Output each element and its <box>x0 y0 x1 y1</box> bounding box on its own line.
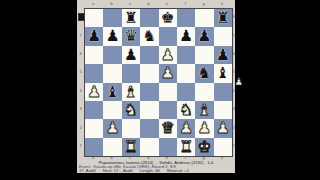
file-labels-top: abcdefgh <box>84 1 231 6</box>
square-f5[interactable] <box>177 64 195 82</box>
white-pawn[interactable]: ♟ <box>177 119 195 137</box>
white-bishop[interactable]: ♝ <box>122 83 140 101</box>
move-info-line: 17. Axd4 Next: 17... Axd4 Length: 36 Mat… <box>79 168 237 173</box>
square-f3[interactable]: ♞ <box>177 101 195 119</box>
square-c5[interactable] <box>122 64 140 82</box>
square-c4[interactable]: ♝ <box>122 83 140 101</box>
rank-labels-left: 87654321 <box>78 8 83 155</box>
white-pawn[interactable]: ♟ <box>195 119 213 137</box>
white-queen[interactable]: ♛ <box>159 119 177 137</box>
side-to-move-indicator <box>78 13 85 21</box>
white-bishop[interactable]: ♝ <box>195 101 213 119</box>
black-knight[interactable]: ♞ <box>195 64 213 82</box>
black-king[interactable]: ♚ <box>159 9 177 27</box>
black-pawn[interactable]: ♟ <box>103 27 121 45</box>
rank-label-8: 8 <box>231 8 236 26</box>
file-label-c: c <box>121 1 139 6</box>
square-h1[interactable] <box>214 138 232 156</box>
rank-label-3: 3 <box>231 100 236 118</box>
square-b4[interactable]: ♝ <box>103 83 121 101</box>
square-b8[interactable] <box>103 9 121 27</box>
square-b2[interactable]: ♟ <box>103 119 121 137</box>
square-g1[interactable]: ♚ <box>195 138 213 156</box>
white-pawn[interactable]: ♟ <box>159 64 177 82</box>
square-g6[interactable] <box>195 46 213 64</box>
white-knight[interactable]: ♞ <box>177 101 195 119</box>
rank-label-1: 1 <box>231 137 236 155</box>
square-h3[interactable] <box>214 101 232 119</box>
square-a4[interactable]: ♟ <box>85 83 103 101</box>
square-b1[interactable] <box>103 138 121 156</box>
rank-label-1: 1 <box>78 137 83 155</box>
square-a1[interactable] <box>85 138 103 156</box>
white-pawn[interactable]: ♟ <box>159 46 177 64</box>
square-e4[interactable] <box>159 83 177 101</box>
rank-label-7: 7 <box>231 26 236 44</box>
file-label-a: a <box>84 1 102 6</box>
black-knight[interactable]: ♞ <box>140 27 158 45</box>
square-h4[interactable] <box>214 83 232 101</box>
square-f4[interactable] <box>177 83 195 101</box>
black-rook[interactable]: ♜ <box>214 9 232 27</box>
chess-board: ♜♚♜♟♟♛♞♟♟♟♟♟♟♞♝♟♝♝♞♞♝♟♛♟♟♟♜♜♚ <box>84 8 233 157</box>
square-c7[interactable]: ♛ <box>122 27 140 45</box>
black-pawn[interactable]: ♟ <box>177 27 195 45</box>
square-g8[interactable] <box>195 9 213 27</box>
square-f1[interactable]: ♜ <box>177 138 195 156</box>
file-label-f: f <box>176 1 194 6</box>
square-g7[interactable]: ♟ <box>195 27 213 45</box>
square-g2[interactable]: ♟ <box>195 119 213 137</box>
square-h2[interactable]: ♟ <box>214 119 232 137</box>
rank-label-2: 2 <box>231 118 236 136</box>
square-e7[interactable] <box>159 27 177 45</box>
square-d3[interactable] <box>140 101 158 119</box>
file-label-h: h <box>213 1 231 6</box>
square-e6[interactable]: ♟ <box>159 46 177 64</box>
black-bishop[interactable]: ♝ <box>214 64 232 82</box>
square-f6[interactable] <box>177 46 195 64</box>
white-rook[interactable]: ♜ <box>177 138 195 156</box>
square-a5[interactable] <box>85 64 103 82</box>
square-d6[interactable] <box>140 46 158 64</box>
square-d8[interactable] <box>140 9 158 27</box>
square-d4[interactable] <box>140 83 158 101</box>
square-d5[interactable] <box>140 64 158 82</box>
square-f7[interactable]: ♟ <box>177 27 195 45</box>
square-b5[interactable] <box>103 64 121 82</box>
white-knight[interactable]: ♞ <box>122 101 140 119</box>
square-f2[interactable]: ♟ <box>177 119 195 137</box>
square-e5[interactable]: ♟ <box>159 64 177 82</box>
square-f8[interactable] <box>177 9 195 27</box>
square-a2[interactable] <box>85 119 103 137</box>
black-queen[interactable]: ♛ <box>122 27 140 45</box>
square-d2[interactable] <box>140 119 158 137</box>
square-e2[interactable]: ♛ <box>159 119 177 137</box>
square-c8[interactable]: ♜ <box>122 9 140 27</box>
square-b6[interactable] <box>103 46 121 64</box>
rank-label-4: 4 <box>78 82 83 100</box>
black-pawn[interactable]: ♟ <box>214 46 232 64</box>
square-c2[interactable] <box>122 119 140 137</box>
square-d1[interactable] <box>140 138 158 156</box>
square-a7[interactable]: ♟ <box>85 27 103 45</box>
square-a3[interactable] <box>85 101 103 119</box>
square-a8[interactable] <box>85 9 103 27</box>
square-b3[interactable] <box>103 101 121 119</box>
square-h6[interactable]: ♟ <box>214 46 232 64</box>
square-e8[interactable]: ♚ <box>159 9 177 27</box>
black-pawn[interactable]: ♟ <box>85 27 103 45</box>
game-panel: abcdefgh ♜♚♜♟♟♛♞♟♟♟♟♟♟♞♝♟♝♝♞♞♝♟♛♟♟♟♜♜♚ 8… <box>77 0 235 173</box>
square-e1[interactable] <box>159 138 177 156</box>
file-label-g: g <box>194 1 212 6</box>
square-a6[interactable] <box>85 46 103 64</box>
square-g4[interactable] <box>195 83 213 101</box>
rank-label-2: 2 <box>78 118 83 136</box>
rank-label-7: 7 <box>78 26 83 44</box>
material-pawn-icon: ♟ <box>234 76 244 88</box>
square-h8[interactable]: ♜ <box>214 9 232 27</box>
square-h5[interactable]: ♝ <box>214 64 232 82</box>
black-bishop[interactable]: ♝ <box>103 83 121 101</box>
rank-label-3: 3 <box>78 100 83 118</box>
square-d7[interactable]: ♞ <box>140 27 158 45</box>
white-pawn[interactable]: ♟ <box>103 119 121 137</box>
square-g5[interactable]: ♞ <box>195 64 213 82</box>
square-e3[interactable] <box>159 101 177 119</box>
file-label-e: e <box>158 1 176 6</box>
rank-label-5: 5 <box>78 63 83 81</box>
black-pawn[interactable]: ♟ <box>122 46 140 64</box>
file-label-b: b <box>102 1 120 6</box>
square-b7[interactable]: ♟ <box>103 27 121 45</box>
square-c6[interactable]: ♟ <box>122 46 140 64</box>
rank-label-6: 6 <box>78 45 83 63</box>
white-pawn[interactable]: ♟ <box>214 119 232 137</box>
square-c1[interactable]: ♜ <box>122 138 140 156</box>
file-label-d: d <box>139 1 157 6</box>
square-h7[interactable] <box>214 27 232 45</box>
black-rook[interactable]: ♜ <box>122 9 140 27</box>
white-king[interactable]: ♚ <box>195 138 213 156</box>
rank-label-6: 6 <box>231 45 236 63</box>
white-pawn[interactable]: ♟ <box>85 83 103 101</box>
square-g3[interactable]: ♝ <box>195 101 213 119</box>
white-rook[interactable]: ♜ <box>122 138 140 156</box>
square-c3[interactable]: ♞ <box>122 101 140 119</box>
black-pawn[interactable]: ♟ <box>195 27 213 45</box>
